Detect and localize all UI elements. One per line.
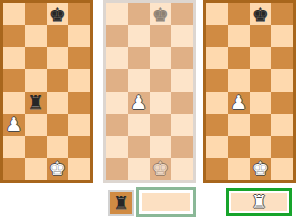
square-d8 <box>171 3 193 25</box>
square-d2 <box>171 136 193 158</box>
square-a6 <box>3 47 25 69</box>
black-rook: ♜ <box>27 93 44 112</box>
square-b5 <box>128 69 150 91</box>
white-king: ♚ <box>49 159 66 178</box>
board-position-before: ♚♜♟♚ <box>0 0 93 183</box>
square-c8: ♚ <box>250 3 272 25</box>
square-b2 <box>128 136 150 158</box>
white-pawn: ♟ <box>230 93 247 112</box>
square-b4: ♜ <box>25 92 47 114</box>
black-rook: ♜ <box>113 194 129 212</box>
square-d6 <box>271 47 293 69</box>
square-a3 <box>106 114 128 136</box>
square-c3 <box>150 114 172 136</box>
square-b2 <box>25 136 47 158</box>
square-b2 <box>228 136 250 158</box>
square-d1 <box>68 158 90 180</box>
square-c8: ♚ <box>47 3 69 25</box>
square-c1: ♚ <box>47 158 69 180</box>
square-b5 <box>25 69 47 91</box>
board-position-transition-faded: ♚♟♚ <box>103 0 196 183</box>
square-a7 <box>106 25 128 47</box>
square-d8 <box>271 3 293 25</box>
square-a4 <box>206 92 228 114</box>
square-d6 <box>68 47 90 69</box>
square-a1 <box>106 158 128 180</box>
square-d3 <box>171 114 193 136</box>
option-tile-fill: ♜ <box>110 192 132 214</box>
square-d3 <box>68 114 90 136</box>
square-a5 <box>3 69 25 91</box>
square-c4 <box>47 92 69 114</box>
square-b5 <box>228 69 250 91</box>
square-a1 <box>3 158 25 180</box>
square-d7 <box>68 25 90 47</box>
square-b1 <box>25 158 47 180</box>
option-captured-black-rook[interactable]: ♜ <box>108 190 134 216</box>
square-a8 <box>206 3 228 25</box>
square-d4 <box>271 92 293 114</box>
square-b1 <box>128 158 150 180</box>
black-king: ♚ <box>49 5 66 24</box>
square-d8 <box>68 3 90 25</box>
white-pawn: ♟ <box>130 93 147 112</box>
square-c4 <box>150 92 172 114</box>
square-d1 <box>171 158 193 180</box>
square-a6 <box>206 47 228 69</box>
square-b7 <box>25 25 47 47</box>
square-b7 <box>128 25 150 47</box>
square-b6 <box>25 47 47 69</box>
square-a3 <box>206 114 228 136</box>
square-c7 <box>47 25 69 47</box>
option-white-rook[interactable]: ♜ <box>226 188 292 216</box>
square-d5 <box>68 69 90 91</box>
square-c1: ♚ <box>150 158 172 180</box>
square-b8 <box>228 3 250 25</box>
white-rook: ♜ <box>251 193 267 211</box>
square-b6 <box>228 47 250 69</box>
square-a7 <box>3 25 25 47</box>
square-c3 <box>47 114 69 136</box>
option-empty-square[interactable] <box>136 187 196 217</box>
square-c3 <box>250 114 272 136</box>
square-c5 <box>150 69 172 91</box>
square-a2 <box>206 136 228 158</box>
square-b4: ♟ <box>228 92 250 114</box>
white-king: ♚ <box>152 159 169 178</box>
square-b1 <box>228 158 250 180</box>
square-c4 <box>250 92 272 114</box>
square-c2 <box>250 136 272 158</box>
square-a5 <box>106 69 128 91</box>
white-king: ♚ <box>252 159 269 178</box>
square-b8 <box>128 3 150 25</box>
square-a8 <box>106 3 128 25</box>
square-d4 <box>68 92 90 114</box>
square-a3: ♟ <box>3 114 25 136</box>
square-b4: ♟ <box>128 92 150 114</box>
square-c6 <box>47 47 69 69</box>
square-a1 <box>206 158 228 180</box>
square-c1: ♚ <box>250 158 272 180</box>
square-d6 <box>171 47 193 69</box>
square-a8 <box>3 3 25 25</box>
square-c5 <box>250 69 272 91</box>
square-c2 <box>150 136 172 158</box>
square-b3 <box>25 114 47 136</box>
square-d5 <box>271 69 293 91</box>
square-a5 <box>206 69 228 91</box>
square-c8: ♚ <box>150 3 172 25</box>
square-a2 <box>3 136 25 158</box>
square-d2 <box>271 136 293 158</box>
white-pawn: ♟ <box>5 115 22 134</box>
square-d1 <box>271 158 293 180</box>
square-b8 <box>25 3 47 25</box>
square-b6 <box>128 47 150 69</box>
square-c7 <box>150 25 172 47</box>
square-d7 <box>171 25 193 47</box>
square-c2 <box>47 136 69 158</box>
board-position-after: ♚♟♚ <box>203 0 296 183</box>
square-a2 <box>106 136 128 158</box>
square-b3 <box>228 114 250 136</box>
black-king: ♚ <box>152 5 169 24</box>
square-d2 <box>68 136 90 158</box>
square-d5 <box>171 69 193 91</box>
option-tile-fill <box>142 193 190 211</box>
square-d3 <box>271 114 293 136</box>
square-c7 <box>250 25 272 47</box>
square-c6 <box>250 47 272 69</box>
option-tile-fill: ♜ <box>231 193 287 211</box>
chess-move-quiz: ♚♜♟♚ ♚♟♚ ♚♟♚ ♜ ♜ <box>0 0 296 218</box>
square-b7 <box>228 25 250 47</box>
square-a4 <box>106 92 128 114</box>
square-d7 <box>271 25 293 47</box>
square-d4 <box>171 92 193 114</box>
square-c6 <box>150 47 172 69</box>
square-b3 <box>128 114 150 136</box>
square-a7 <box>206 25 228 47</box>
square-a4 <box>3 92 25 114</box>
square-c5 <box>47 69 69 91</box>
square-a6 <box>106 47 128 69</box>
black-king: ♚ <box>252 5 269 24</box>
